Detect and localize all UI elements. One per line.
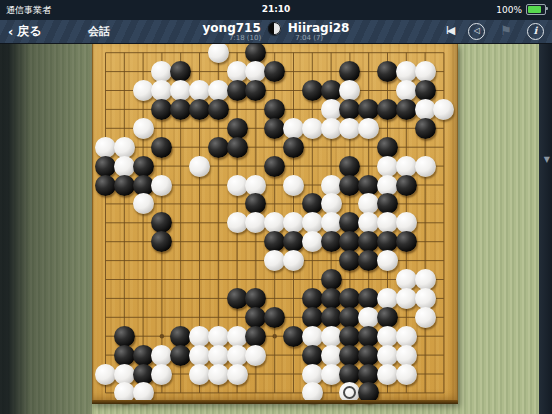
black-stone — [415, 80, 436, 101]
white-stone — [114, 137, 135, 158]
black-stone — [339, 156, 360, 177]
white-stone — [114, 364, 135, 385]
nav-bar: ‹ 戻る 会話 yong715 Hiiragi28 7:18 (10) 7:04… — [0, 20, 552, 44]
black-stone — [264, 156, 285, 177]
player-white-name: Hiiragi28 — [288, 21, 350, 35]
white-stone — [396, 326, 417, 347]
go-board[interactable] — [92, 43, 458, 403]
black-stone — [396, 99, 417, 120]
white-stone — [415, 288, 436, 309]
white-stone — [189, 156, 210, 177]
white-stone — [302, 231, 323, 252]
white-stone — [396, 61, 417, 82]
white-stone — [151, 364, 172, 385]
sound-button[interactable]: ◁ — [468, 23, 485, 40]
white-stone — [396, 156, 417, 177]
white-stone — [377, 156, 398, 177]
white-stone — [283, 118, 304, 139]
white-stone — [114, 156, 135, 177]
star-point — [273, 334, 277, 338]
white-stone — [133, 118, 154, 139]
black-stone — [396, 231, 417, 252]
white-stone — [208, 364, 229, 385]
black-stone — [377, 61, 398, 82]
white-stone — [302, 212, 323, 233]
white-stone — [415, 156, 436, 177]
white-stone — [396, 80, 417, 101]
white-stone — [189, 345, 210, 366]
black-stone — [208, 99, 229, 120]
white-stone — [358, 118, 379, 139]
black-stone — [114, 175, 135, 196]
black-stone — [114, 326, 135, 347]
white-stone — [208, 345, 229, 366]
white-stone — [302, 364, 323, 385]
board-edge — [92, 400, 458, 404]
white-stone — [396, 288, 417, 309]
white-stone — [189, 80, 210, 101]
info-button[interactable]: i — [527, 23, 544, 40]
white-stone — [245, 345, 266, 366]
white-stone — [415, 61, 436, 82]
black-stone — [227, 118, 248, 139]
player-black-clock: 7:18 (10) — [229, 34, 261, 42]
white-stone — [208, 42, 229, 63]
skip-to-start-button[interactable]: Ⅰ◀ — [446, 22, 454, 40]
black-stone — [283, 326, 304, 347]
white-stone — [302, 326, 323, 347]
black-stone — [302, 288, 323, 309]
white-stone — [245, 175, 266, 196]
flag-icon[interactable]: ⚑ — [500, 22, 512, 40]
black-stone — [208, 137, 229, 158]
app-window: 通信事業者 ᯦ 21:10 100% ‹ 戻る 会話 yong715 Hiira… — [0, 0, 552, 414]
clock-label: 21:10 — [0, 4, 552, 14]
player-white-clock: 7:04 (7) — [295, 34, 323, 42]
black-stone — [396, 175, 417, 196]
scroll-down-arrow[interactable]: ▼ — [544, 155, 550, 164]
white-stone — [208, 326, 229, 347]
white-stone — [302, 118, 323, 139]
white-stone — [415, 307, 436, 328]
white-stone — [377, 175, 398, 196]
black-stone — [302, 345, 323, 366]
white-stone — [95, 364, 116, 385]
turn-indicator-icon — [268, 22, 281, 35]
white-stone — [227, 364, 248, 385]
white-stone — [396, 269, 417, 290]
white-stone — [377, 364, 398, 385]
white-stone — [415, 269, 436, 290]
white-stone — [377, 345, 398, 366]
white-stone — [208, 80, 229, 101]
white-stone — [133, 193, 154, 214]
black-stone — [283, 137, 304, 158]
black-stone — [415, 118, 436, 139]
black-stone — [264, 99, 285, 120]
white-stone — [377, 250, 398, 271]
black-stone — [264, 307, 285, 328]
white-stone — [396, 212, 417, 233]
black-stone — [321, 269, 342, 290]
black-stone — [377, 137, 398, 158]
black-stone — [151, 137, 172, 158]
black-stone — [189, 99, 210, 120]
black-stone — [227, 137, 248, 158]
white-stone — [189, 326, 210, 347]
black-stone — [245, 326, 266, 347]
white-stone — [396, 345, 417, 366]
white-stone — [95, 137, 116, 158]
white-stone — [189, 364, 210, 385]
black-stone — [302, 80, 323, 101]
battery-icon — [526, 4, 546, 15]
white-stone — [283, 175, 304, 196]
white-stone — [283, 250, 304, 271]
black-stone — [95, 156, 116, 177]
battery-percent: 100% — [496, 5, 522, 15]
black-stone — [114, 345, 135, 366]
black-stone — [133, 156, 154, 177]
black-stone — [302, 307, 323, 328]
black-stone — [377, 99, 398, 120]
white-stone — [396, 364, 417, 385]
status-bar: 通信事業者 ᯦ 21:10 100% — [0, 0, 552, 20]
white-stone — [377, 288, 398, 309]
tatami-shadow — [0, 43, 92, 414]
scroll-rail — [539, 43, 552, 414]
star-point — [160, 334, 164, 338]
player-black-name: yong715 — [203, 21, 261, 35]
white-stone — [377, 326, 398, 347]
white-stone — [151, 175, 172, 196]
black-stone — [377, 307, 398, 328]
white-stone — [321, 193, 342, 214]
black-stone — [95, 175, 116, 196]
